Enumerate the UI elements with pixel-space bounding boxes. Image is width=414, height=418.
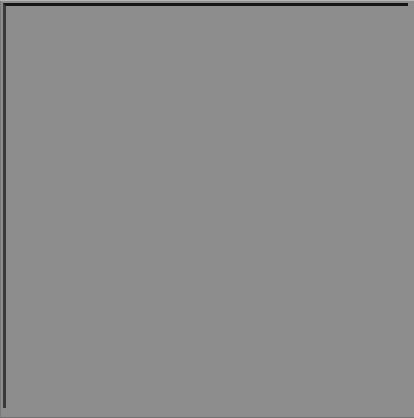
chess-board — [3, 3, 408, 408]
board-frame — [0, 0, 414, 418]
